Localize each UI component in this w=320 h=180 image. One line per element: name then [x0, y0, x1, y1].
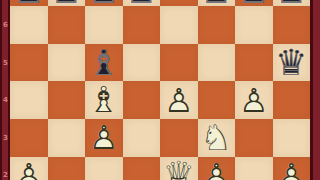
- square-h2[interactable]: ♟♙: [273, 157, 311, 180]
- square-a5[interactable]: [10, 44, 48, 82]
- white-pawn-icon: ♟: [10, 157, 48, 180]
- square-c3[interactable]: ♟♙: [85, 119, 123, 157]
- square-h5[interactable]: ♛♕: [273, 44, 311, 82]
- square-d3[interactable]: [123, 119, 161, 157]
- square-a2[interactable]: ♟♙: [10, 157, 48, 180]
- piece-white-bishop-c4[interactable]: ♝♗: [85, 81, 123, 119]
- square-f3[interactable]: ♞♘: [198, 119, 236, 157]
- square-e2[interactable]: ♛♕: [160, 157, 198, 180]
- rank-label-5: 5: [3, 59, 8, 67]
- square-a3[interactable]: [10, 119, 48, 157]
- square-e6[interactable]: [160, 6, 198, 44]
- square-c2[interactable]: [85, 157, 123, 180]
- rank-label-2: 2: [3, 171, 8, 179]
- square-d4[interactable]: [123, 81, 161, 119]
- rank-label-4: 4: [3, 96, 8, 104]
- square-g5[interactable]: [235, 44, 273, 82]
- piece-white-pawn-f2[interactable]: ♟♙: [198, 157, 236, 180]
- square-f2[interactable]: ♟♙: [198, 157, 236, 180]
- white-bishop-icon: ♝: [85, 81, 123, 119]
- piece-white-pawn-h2[interactable]: ♟♙: [273, 157, 311, 180]
- white-pawn-icon: ♟: [85, 119, 123, 157]
- black-queen-outline-icon: ♕: [273, 44, 311, 82]
- square-d2[interactable]: [123, 157, 161, 180]
- chess-board: ♟♙♟♙♟♙♟♙♟♙♟♙♟♙♝♗♛♕♝♗♟♙♟♙♟♙♞♘♟♙♛♕♟♙♟♙: [10, 0, 310, 180]
- square-b5[interactable]: [48, 44, 86, 82]
- square-g2[interactable]: [235, 157, 273, 180]
- square-e3[interactable]: [160, 119, 198, 157]
- square-c4[interactable]: ♝♗: [85, 81, 123, 119]
- square-d5[interactable]: [123, 44, 161, 82]
- white-pawn-icon: ♟: [198, 157, 236, 180]
- white-pawn-outline-icon: ♙: [273, 157, 311, 180]
- square-f6[interactable]: [198, 6, 236, 44]
- square-d6[interactable]: [123, 6, 161, 44]
- square-g3[interactable]: [235, 119, 273, 157]
- piece-white-pawn-e4[interactable]: ♟♙: [160, 81, 198, 119]
- square-a4[interactable]: [10, 81, 48, 119]
- piece-white-pawn-c3[interactable]: ♟♙: [85, 119, 123, 157]
- square-g4[interactable]: ♟♙: [235, 81, 273, 119]
- piece-white-queen-e2[interactable]: ♛♕: [160, 157, 198, 180]
- frame-board-left-edge: [8, 0, 10, 180]
- white-pawn-icon: ♟: [160, 81, 198, 119]
- square-a6[interactable]: [10, 6, 48, 44]
- black-bishop-outline-icon: ♗: [85, 44, 123, 82]
- square-b2[interactable]: [48, 157, 86, 180]
- square-c6[interactable]: [85, 6, 123, 44]
- white-pawn-icon: ♟: [235, 81, 273, 119]
- white-knight-icon: ♞: [198, 119, 236, 157]
- black-bishop-icon: ♝: [85, 44, 123, 82]
- square-h6[interactable]: [273, 6, 311, 44]
- white-bishop-outline-icon: ♗: [85, 81, 123, 119]
- square-b6[interactable]: [48, 6, 86, 44]
- white-pawn-outline-icon: ♙: [85, 119, 123, 157]
- board-viewport: ♟♙♟♙♟♙♟♙♟♙♟♙♟♙♝♗♛♕♝♗♟♙♟♙♟♙♞♘♟♙♛♕♟♙♟♙ 654…: [0, 0, 320, 180]
- white-queen-outline-icon: ♕: [160, 157, 198, 180]
- square-b4[interactable]: [48, 81, 86, 119]
- white-pawn-outline-icon: ♙: [160, 81, 198, 119]
- white-knight-outline-icon: ♘: [198, 119, 236, 157]
- frame-board-right-edge: [310, 0, 313, 180]
- white-pawn-outline-icon: ♙: [198, 157, 236, 180]
- white-pawn-icon: ♟: [273, 157, 311, 180]
- rank-label-3: 3: [3, 134, 8, 142]
- piece-black-bishop-c5[interactable]: ♝♗: [85, 44, 123, 82]
- piece-white-knight-f3[interactable]: ♞♘: [198, 119, 236, 157]
- square-c5[interactable]: ♝♗: [85, 44, 123, 82]
- square-g6[interactable]: [235, 6, 273, 44]
- square-e5[interactable]: [160, 44, 198, 82]
- black-queen-icon: ♛: [273, 44, 311, 82]
- rank-label-6: 6: [3, 21, 8, 29]
- piece-black-queen-h5[interactable]: ♛♕: [273, 44, 311, 82]
- square-h3[interactable]: [273, 119, 311, 157]
- white-queen-icon: ♛: [160, 157, 198, 180]
- square-f5[interactable]: [198, 44, 236, 82]
- square-b3[interactable]: [48, 119, 86, 157]
- square-e4[interactable]: ♟♙: [160, 81, 198, 119]
- piece-white-pawn-g4[interactable]: ♟♙: [235, 81, 273, 119]
- square-h4[interactable]: [273, 81, 311, 119]
- square-f4[interactable]: [198, 81, 236, 119]
- piece-white-pawn-a2[interactable]: ♟♙: [10, 157, 48, 180]
- white-pawn-outline-icon: ♙: [235, 81, 273, 119]
- white-pawn-outline-icon: ♙: [10, 157, 48, 180]
- frame-outer-edge: [0, 0, 2, 180]
